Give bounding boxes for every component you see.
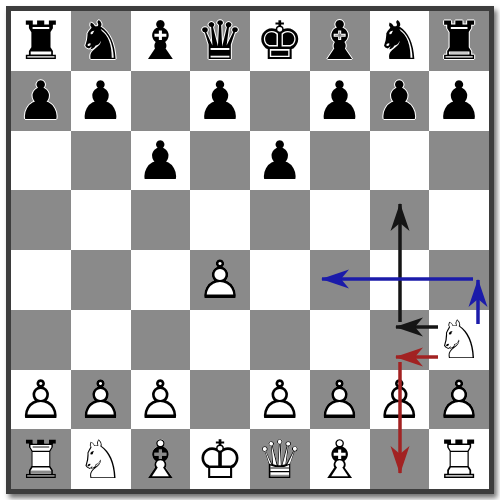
square-f4[interactable] bbox=[310, 250, 370, 310]
piece-black-rook-a8[interactable]: ♜ bbox=[17, 14, 65, 67]
square-d2[interactable] bbox=[190, 370, 250, 430]
square-h2[interactable]: ♙ bbox=[429, 370, 489, 430]
square-d6[interactable] bbox=[190, 131, 250, 191]
square-b1[interactable]: ♘ bbox=[71, 429, 131, 489]
chess-board[interactable]: ♜♞♝♛♚♝♞♜♟♟♟♟♟♟♟♟♙♘♙♙♙♙♙♙♙♖♘♗♔♕♗♖ bbox=[11, 11, 489, 489]
piece-white-bishop-f1[interactable]: ♗ bbox=[316, 433, 364, 486]
square-g2[interactable]: ♙ bbox=[370, 370, 430, 430]
piece-black-pawn-a7[interactable]: ♟ bbox=[17, 74, 65, 127]
square-e2[interactable]: ♙ bbox=[250, 370, 310, 430]
square-c5[interactable] bbox=[131, 190, 191, 250]
square-a1[interactable]: ♖ bbox=[11, 429, 71, 489]
piece-black-pawn-h7[interactable]: ♟ bbox=[435, 74, 483, 127]
square-b5[interactable] bbox=[71, 190, 131, 250]
square-a4[interactable] bbox=[11, 250, 71, 310]
piece-white-pawn-c2[interactable]: ♙ bbox=[137, 373, 185, 426]
piece-white-pawn-h2[interactable]: ♙ bbox=[435, 373, 483, 426]
board-frame: ♜♞♝♛♚♝♞♜♟♟♟♟♟♟♟♟♙♘♙♙♙♙♙♙♙♖♘♗♔♕♗♖ bbox=[6, 6, 494, 494]
square-f6[interactable] bbox=[310, 131, 370, 191]
square-b7[interactable]: ♟ bbox=[71, 71, 131, 131]
square-f5[interactable] bbox=[310, 190, 370, 250]
square-a2[interactable]: ♙ bbox=[11, 370, 71, 430]
piece-white-bishop-c1[interactable]: ♗ bbox=[137, 433, 185, 486]
piece-white-pawn-d4[interactable]: ♙ bbox=[196, 253, 244, 306]
square-g5[interactable] bbox=[370, 190, 430, 250]
square-b4[interactable] bbox=[71, 250, 131, 310]
square-e1[interactable]: ♕ bbox=[250, 429, 310, 489]
piece-white-king-d1[interactable]: ♔ bbox=[196, 433, 244, 486]
square-c7[interactable] bbox=[131, 71, 191, 131]
piece-black-pawn-c6[interactable]: ♟ bbox=[137, 134, 185, 187]
square-e7[interactable] bbox=[250, 71, 310, 131]
piece-black-bishop-f8[interactable]: ♝ bbox=[316, 14, 364, 67]
square-c1[interactable]: ♗ bbox=[131, 429, 191, 489]
square-c4[interactable] bbox=[131, 250, 191, 310]
chess-diagram: ♜♞♝♛♚♝♞♜♟♟♟♟♟♟♟♟♙♘♙♙♙♙♙♙♙♖♘♗♔♕♗♖ bbox=[0, 0, 500, 500]
square-d8[interactable]: ♛ bbox=[190, 11, 250, 71]
square-c8[interactable]: ♝ bbox=[131, 11, 191, 71]
square-b6[interactable] bbox=[71, 131, 131, 191]
square-b8[interactable]: ♞ bbox=[71, 11, 131, 71]
piece-black-pawn-e6[interactable]: ♟ bbox=[256, 134, 304, 187]
square-g6[interactable] bbox=[370, 131, 430, 191]
piece-white-knight-h3[interactable]: ♘ bbox=[435, 313, 483, 366]
square-d3[interactable] bbox=[190, 310, 250, 370]
square-g8[interactable]: ♞ bbox=[370, 11, 430, 71]
square-h4[interactable] bbox=[429, 250, 489, 310]
square-d7[interactable]: ♟ bbox=[190, 71, 250, 131]
square-h7[interactable]: ♟ bbox=[429, 71, 489, 131]
square-g1[interactable] bbox=[370, 429, 430, 489]
square-e8[interactable]: ♚ bbox=[250, 11, 310, 71]
square-g4[interactable] bbox=[370, 250, 430, 310]
square-g7[interactable]: ♟ bbox=[370, 71, 430, 131]
square-a7[interactable]: ♟ bbox=[11, 71, 71, 131]
piece-black-pawn-d7[interactable]: ♟ bbox=[196, 74, 244, 127]
piece-black-rook-h8[interactable]: ♜ bbox=[435, 14, 483, 67]
square-a5[interactable] bbox=[11, 190, 71, 250]
piece-black-queen-d8[interactable]: ♛ bbox=[196, 14, 244, 67]
square-h3[interactable]: ♘ bbox=[429, 310, 489, 370]
piece-black-bishop-c8[interactable]: ♝ bbox=[137, 14, 185, 67]
square-e4[interactable] bbox=[250, 250, 310, 310]
square-h1[interactable]: ♖ bbox=[429, 429, 489, 489]
square-f3[interactable] bbox=[310, 310, 370, 370]
square-h8[interactable]: ♜ bbox=[429, 11, 489, 71]
piece-white-knight-b1[interactable]: ♘ bbox=[77, 433, 125, 486]
piece-black-pawn-b7[interactable]: ♟ bbox=[77, 74, 125, 127]
square-b3[interactable] bbox=[71, 310, 131, 370]
square-g3[interactable] bbox=[370, 310, 430, 370]
square-c2[interactable]: ♙ bbox=[131, 370, 191, 430]
square-e6[interactable]: ♟ bbox=[250, 131, 310, 191]
piece-white-pawn-b2[interactable]: ♙ bbox=[77, 373, 125, 426]
piece-white-pawn-f2[interactable]: ♙ bbox=[316, 373, 364, 426]
piece-white-queen-e1[interactable]: ♕ bbox=[256, 433, 304, 486]
piece-black-knight-g8[interactable]: ♞ bbox=[376, 14, 424, 67]
piece-white-pawn-a2[interactable]: ♙ bbox=[17, 373, 65, 426]
square-f8[interactable]: ♝ bbox=[310, 11, 370, 71]
square-f7[interactable]: ♟ bbox=[310, 71, 370, 131]
square-c3[interactable] bbox=[131, 310, 191, 370]
square-a8[interactable]: ♜ bbox=[11, 11, 71, 71]
piece-black-pawn-g7[interactable]: ♟ bbox=[376, 74, 424, 127]
piece-white-rook-a1[interactable]: ♖ bbox=[17, 433, 65, 486]
square-h5[interactable] bbox=[429, 190, 489, 250]
square-e5[interactable] bbox=[250, 190, 310, 250]
square-a6[interactable] bbox=[11, 131, 71, 191]
square-a3[interactable] bbox=[11, 310, 71, 370]
square-b2[interactable]: ♙ bbox=[71, 370, 131, 430]
square-e3[interactable] bbox=[250, 310, 310, 370]
piece-white-pawn-g2[interactable]: ♙ bbox=[376, 373, 424, 426]
piece-white-pawn-e2[interactable]: ♙ bbox=[256, 373, 304, 426]
piece-white-rook-h1[interactable]: ♖ bbox=[435, 433, 483, 486]
square-c6[interactable]: ♟ bbox=[131, 131, 191, 191]
square-f1[interactable]: ♗ bbox=[310, 429, 370, 489]
square-f2[interactable]: ♙ bbox=[310, 370, 370, 430]
square-h6[interactable] bbox=[429, 131, 489, 191]
piece-black-knight-b8[interactable]: ♞ bbox=[77, 14, 125, 67]
piece-black-king-e8[interactable]: ♚ bbox=[256, 14, 304, 67]
square-d1[interactable]: ♔ bbox=[190, 429, 250, 489]
square-d5[interactable] bbox=[190, 190, 250, 250]
square-d4[interactable]: ♙ bbox=[190, 250, 250, 310]
piece-black-pawn-f7[interactable]: ♟ bbox=[316, 74, 364, 127]
